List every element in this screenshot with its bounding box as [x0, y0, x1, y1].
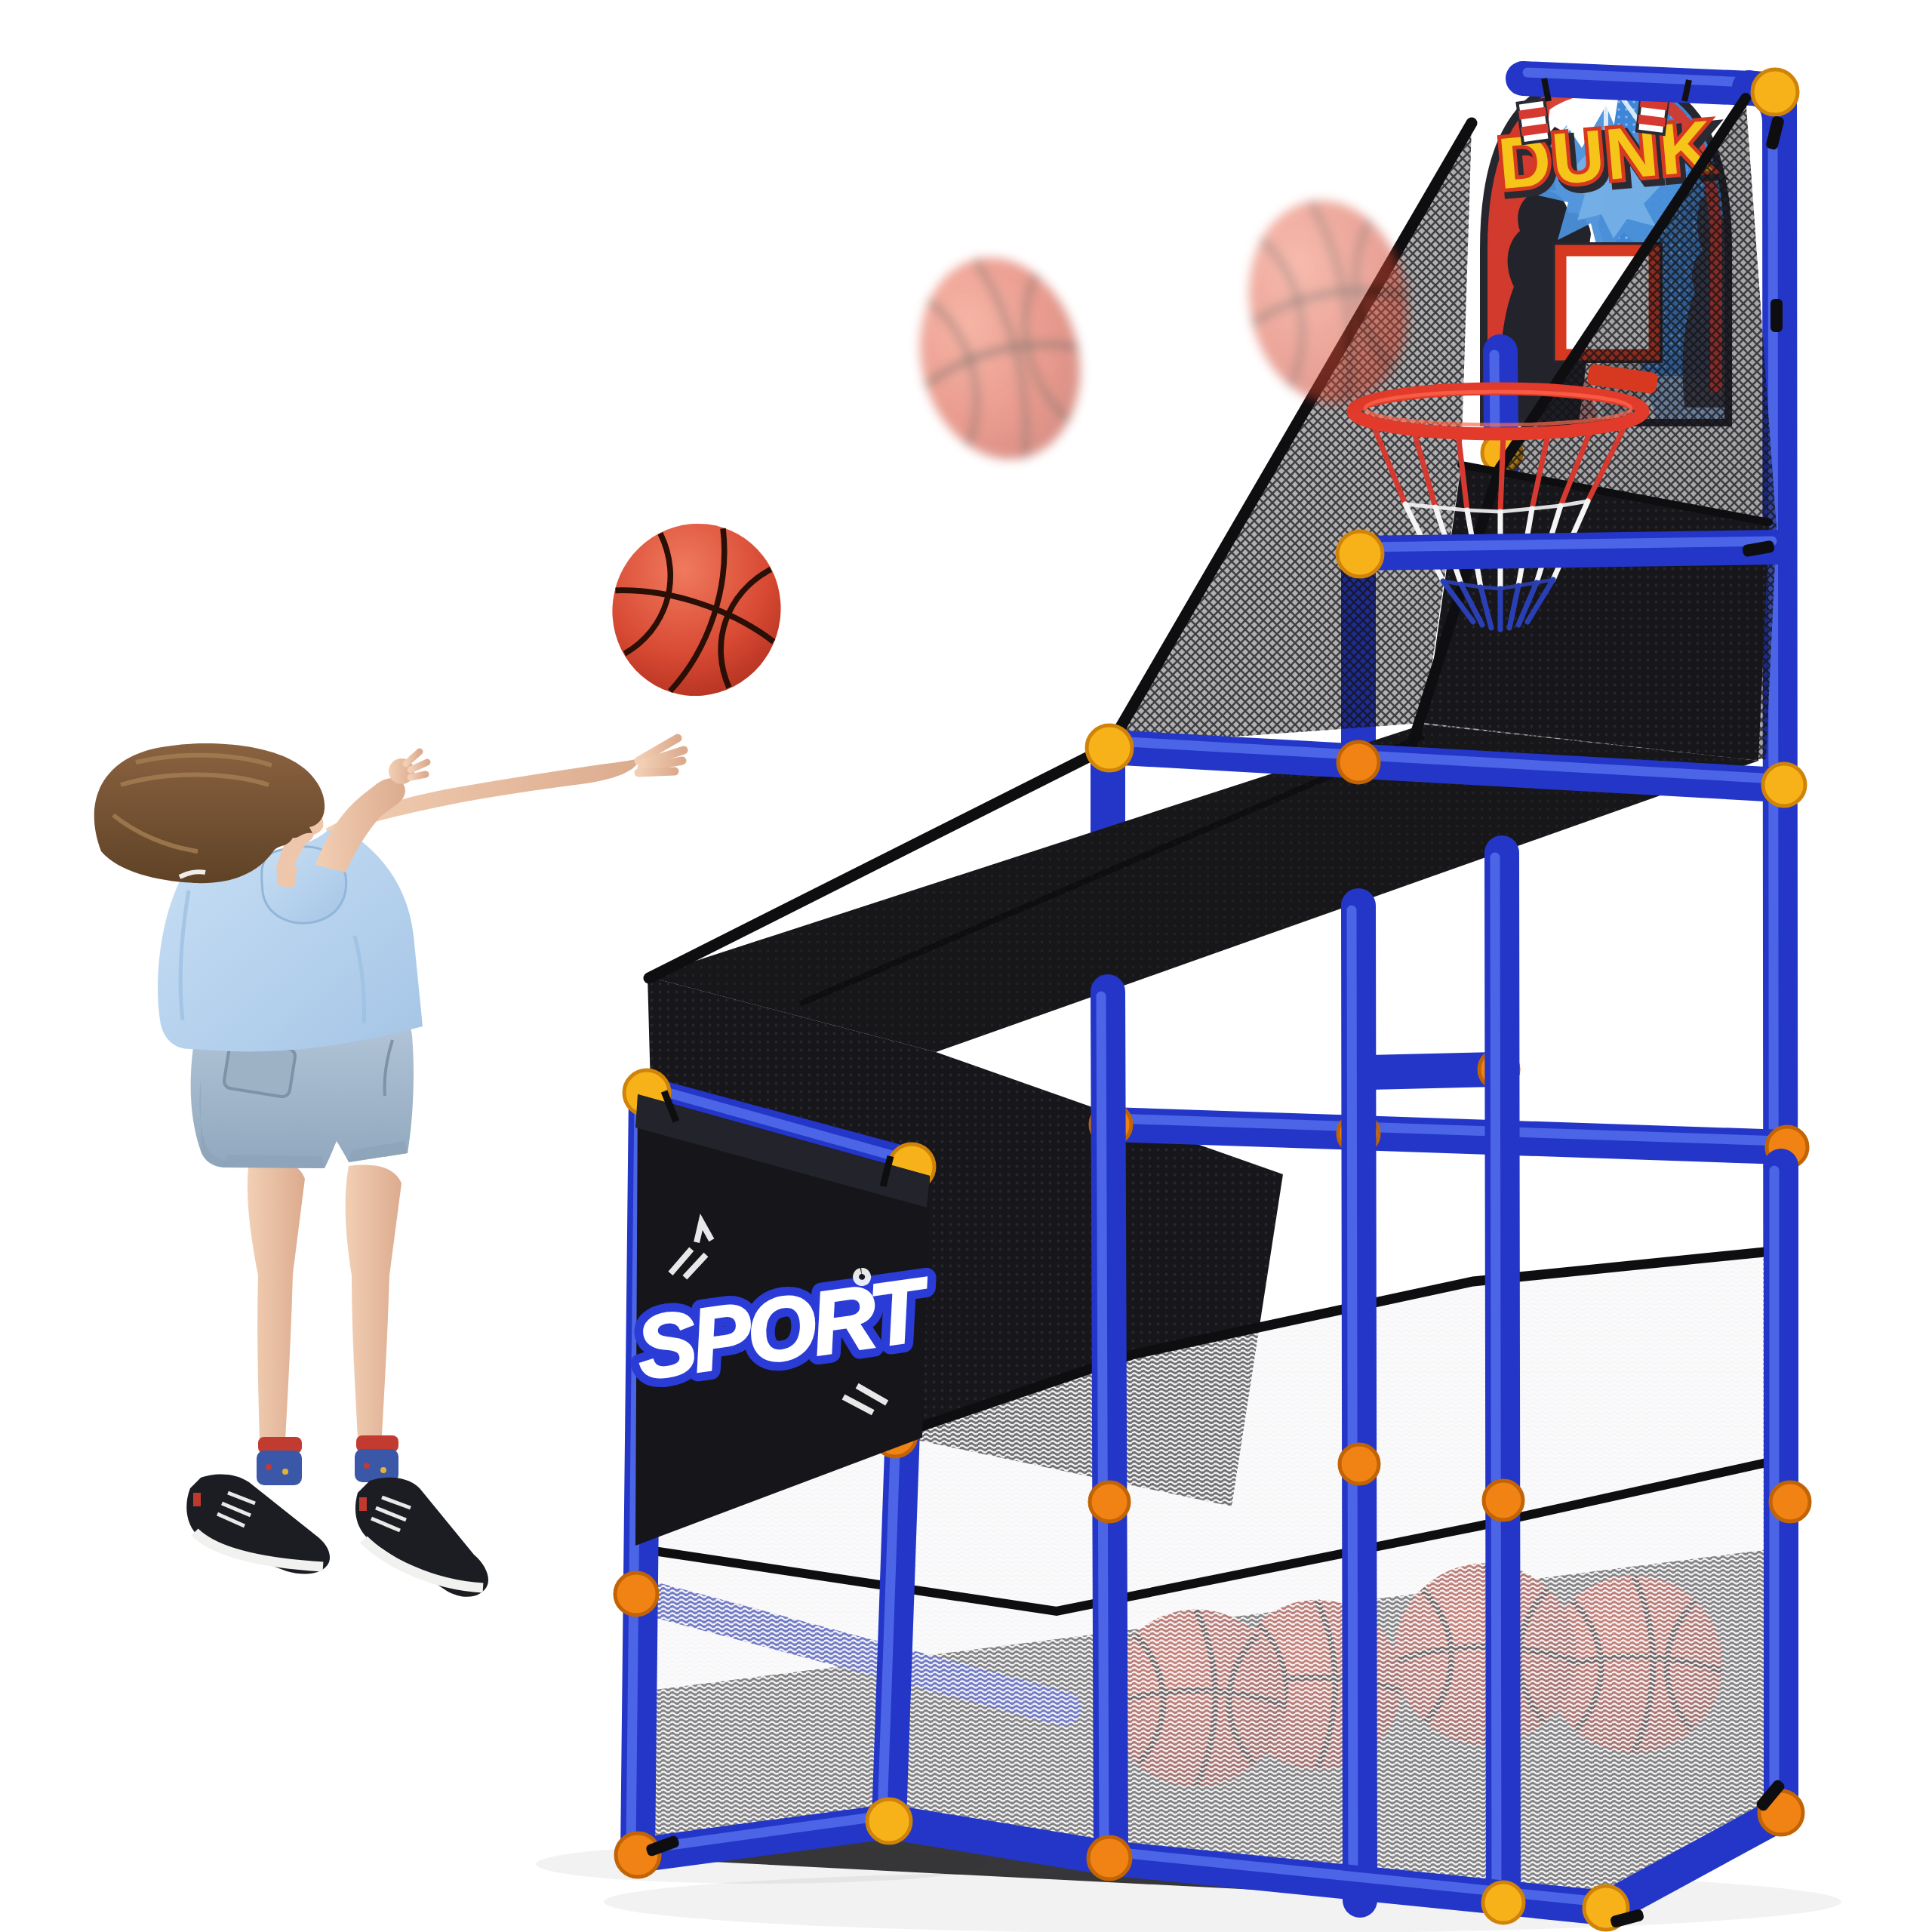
scene-canvas: DUNK DUNK	[0, 0, 1932, 1932]
bar-h3	[1369, 1069, 1496, 1072]
child-front-leg	[248, 1159, 305, 1441]
ghost-ball-mid	[899, 241, 1100, 477]
child-hand-fingers	[638, 738, 684, 773]
child	[94, 738, 684, 1597]
pole-right-front	[1358, 906, 1360, 1900]
corner-tag-left	[1518, 100, 1550, 143]
child-socks	[257, 1435, 398, 1485]
child-back-leg	[346, 1165, 401, 1438]
thrown-ball	[590, 502, 803, 718]
child-neck	[276, 865, 297, 888]
product-photo: DUNK DUNK	[0, 0, 1932, 1932]
child-head	[94, 743, 325, 888]
child-shoes	[186, 1474, 488, 1596]
pole-center-rear	[1502, 853, 1503, 1905]
